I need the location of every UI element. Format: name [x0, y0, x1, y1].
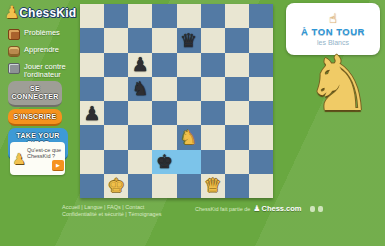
square-c2[interactable]: [128, 150, 152, 174]
square-h2[interactable]: [249, 150, 273, 174]
sidebar-menu: Problèmes Apprendre Jouer contre l'ordin…: [8, 28, 78, 84]
square-a7[interactable]: [80, 28, 104, 52]
square-c4[interactable]: [128, 101, 152, 125]
square-e2[interactable]: [177, 150, 201, 174]
chesscom-logo-text: Chess.com: [262, 204, 302, 213]
square-e8[interactable]: [177, 4, 201, 28]
chesskid-logo-text: ChessKid: [19, 6, 76, 20]
square-d3[interactable]: [152, 125, 176, 149]
square-h4[interactable]: [249, 101, 273, 125]
square-c8[interactable]: [128, 4, 152, 28]
piece-bk-d2: ♚: [156, 152, 173, 171]
puzzle-board-icon: [8, 29, 20, 40]
square-c5[interactable]: ♞: [128, 77, 152, 101]
square-e1[interactable]: [177, 174, 201, 198]
square-c7[interactable]: [128, 28, 152, 52]
computer-icon: [8, 63, 20, 74]
square-d6[interactable]: [152, 53, 176, 77]
android-icon[interactable]: [318, 206, 323, 212]
square-h5[interactable]: [249, 77, 273, 101]
square-a3[interactable]: [80, 125, 104, 149]
piece-bp-c6: ♟: [132, 55, 149, 74]
square-g1[interactable]: [225, 174, 249, 198]
square-h6[interactable]: [249, 53, 273, 77]
square-g6[interactable]: [225, 53, 249, 77]
square-f4[interactable]: [201, 101, 225, 125]
menu-item-jouer-ordinateur[interactable]: Jouer contre l'ordinateur: [8, 62, 78, 79]
chesskid-page: ♟ ChessKid Problèmes Apprendre Jouer con…: [0, 0, 385, 246]
square-b8[interactable]: [104, 4, 128, 28]
square-b6[interactable]: [104, 53, 128, 77]
piece-wq-f1: ♛: [204, 176, 221, 195]
square-c6[interactable]: ♟: [128, 53, 152, 77]
square-h8[interactable]: [249, 4, 273, 28]
menu-item-problemes[interactable]: Problèmes: [8, 28, 78, 40]
square-e7[interactable]: ♛: [177, 28, 201, 52]
square-a4[interactable]: ♟: [80, 101, 104, 125]
turn-side-label: les Blancs: [317, 39, 349, 46]
chesscom-logo[interactable]: ♟ Chess.com: [253, 204, 301, 213]
square-d7[interactable]: [152, 28, 176, 52]
square-f5[interactable]: [201, 77, 225, 101]
piece-bn-c5: ♞: [132, 79, 149, 98]
square-c1[interactable]: [128, 174, 152, 198]
square-e3[interactable]: ♞: [177, 125, 201, 149]
chesskid-pawn-icon: ♟: [4, 2, 19, 24]
square-b1[interactable]: ♚: [104, 174, 128, 198]
square-a2[interactable]: [80, 150, 104, 174]
square-f2[interactable]: [201, 150, 225, 174]
chesskid-logo[interactable]: ♟ ChessKid: [4, 2, 76, 24]
square-g2[interactable]: [225, 150, 249, 174]
turn-indicator-card: ☝ À ton tour les Blancs: [286, 3, 380, 55]
chess-board: ♛♟♞♟♞♚♚♛: [80, 4, 273, 198]
footer-links-line2[interactable]: Confidentialité et sécurité | Témoignage…: [62, 211, 161, 217]
square-g3[interactable]: [225, 125, 249, 149]
footer-links-line1[interactable]: Accueil | Langue | FAQs | Contact: [62, 204, 144, 210]
square-b4[interactable]: [104, 101, 128, 125]
square-h1[interactable]: [249, 174, 273, 198]
square-d1[interactable]: [152, 174, 176, 198]
apple-icon[interactable]: [310, 206, 315, 212]
square-a8[interactable]: [80, 4, 104, 28]
square-b2[interactable]: [104, 150, 128, 174]
square-d8[interactable]: [152, 4, 176, 28]
play-button[interactable]: ▶: [52, 160, 64, 171]
footer-partner: ChessKid fait partie de ♟ Chess.com: [195, 204, 323, 213]
square-f7[interactable]: [201, 28, 225, 52]
turn-title: À ton tour: [301, 26, 365, 37]
piece-wk-b1: ♚: [108, 176, 125, 195]
signup-button[interactable]: S'inscrire: [8, 109, 62, 126]
square-e5[interactable]: [177, 77, 201, 101]
piece-bq-e7: ♛: [180, 31, 197, 50]
square-b5[interactable]: [104, 77, 128, 101]
square-h3[interactable]: [249, 125, 273, 149]
pawn-mascot-icon: ♟: [11, 150, 27, 168]
square-g5[interactable]: [225, 77, 249, 101]
square-b7[interactable]: [104, 28, 128, 52]
whatis-text: Qu'est-ce que ChessKid ?: [27, 147, 64, 159]
login-button[interactable]: Se connecter: [8, 81, 62, 107]
square-f6[interactable]: [201, 53, 225, 77]
square-f1[interactable]: ♛: [201, 174, 225, 198]
square-a1[interactable]: [80, 174, 104, 198]
square-f8[interactable]: [201, 4, 225, 28]
square-g4[interactable]: [225, 101, 249, 125]
square-e4[interactable]: [177, 101, 201, 125]
square-a6[interactable]: [80, 53, 104, 77]
square-d5[interactable]: [152, 77, 176, 101]
square-d2[interactable]: ♚: [152, 150, 176, 174]
square-a5[interactable]: [80, 77, 104, 101]
square-g7[interactable]: [225, 28, 249, 52]
square-h7[interactable]: [249, 28, 273, 52]
square-c3[interactable]: [128, 125, 152, 149]
piece-bp-a4: ♟: [84, 104, 101, 123]
play-icon: ▶: [56, 162, 60, 168]
footer-links: Accueil | Langue | FAQs | Contact Confid…: [62, 204, 161, 218]
square-e6[interactable]: [177, 53, 201, 77]
square-f3[interactable]: [201, 125, 225, 149]
menu-item-label: Problèmes: [24, 28, 60, 37]
menu-item-label: Jouer contre l'ordinateur: [24, 62, 78, 79]
menu-item-apprendre[interactable]: Apprendre: [8, 45, 78, 57]
piece-wn-e3: ♞: [180, 128, 197, 147]
square-g8[interactable]: [225, 4, 249, 28]
square-d4[interactable]: [152, 101, 176, 125]
menu-item-label: Apprendre: [24, 45, 59, 54]
square-b3[interactable]: [104, 125, 128, 149]
partner-text: ChessKid fait partie de: [195, 206, 250, 212]
chesscom-pawn-icon: ♟: [253, 204, 260, 213]
pointing-hand-icon: ☝: [329, 12, 337, 25]
whatis-chesskid-card[interactable]: ♟ Qu'est-ce que ChessKid ? ▶: [10, 142, 65, 175]
coins-icon: [8, 46, 20, 57]
